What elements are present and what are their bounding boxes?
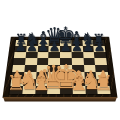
board-square bbox=[95, 65, 108, 72]
board-square bbox=[72, 65, 84, 72]
board-square bbox=[72, 72, 84, 79]
board-square bbox=[72, 86, 85, 94]
board-square bbox=[48, 65, 60, 72]
board-square bbox=[22, 86, 35, 94]
board-square bbox=[25, 58, 37, 65]
board-square bbox=[95, 58, 107, 65]
board-square bbox=[60, 65, 72, 72]
board-square bbox=[84, 72, 97, 79]
board-front-edge bbox=[3, 97, 117, 102]
board-grid bbox=[9, 40, 110, 94]
board-square bbox=[47, 86, 60, 94]
board-square bbox=[60, 58, 72, 65]
board-square bbox=[23, 79, 36, 86]
board-square bbox=[72, 58, 84, 65]
board-square bbox=[48, 72, 60, 79]
board-square bbox=[83, 58, 95, 65]
board-square bbox=[60, 72, 72, 79]
board-square bbox=[36, 72, 48, 79]
board-square bbox=[60, 86, 73, 94]
board-square bbox=[11, 72, 24, 79]
board-square bbox=[97, 79, 110, 86]
board-square bbox=[35, 86, 48, 94]
board-square bbox=[36, 65, 48, 72]
chess-set-photo: ♜♞♝♛♚♝♞♜♟♟♟♟♟♟♟♟♟♟♟♟♟♟♟♟♜♞♝♛♚♝♞♜ bbox=[0, 0, 120, 120]
board-square bbox=[97, 86, 110, 94]
board-square bbox=[10, 79, 23, 86]
board-square bbox=[12, 65, 25, 72]
board-square bbox=[23, 72, 36, 79]
board-square bbox=[48, 79, 60, 86]
board-square bbox=[60, 79, 72, 86]
board-square bbox=[48, 58, 60, 65]
board-square bbox=[85, 86, 98, 94]
board-square bbox=[84, 65, 96, 72]
board-square bbox=[24, 65, 36, 72]
chess-board bbox=[2, 37, 117, 98]
board-square bbox=[84, 79, 97, 86]
board-square bbox=[37, 58, 49, 65]
board-square bbox=[96, 72, 109, 79]
board-square bbox=[13, 58, 25, 65]
board-square bbox=[35, 79, 48, 86]
board-square bbox=[9, 86, 22, 94]
board-square bbox=[72, 79, 85, 86]
